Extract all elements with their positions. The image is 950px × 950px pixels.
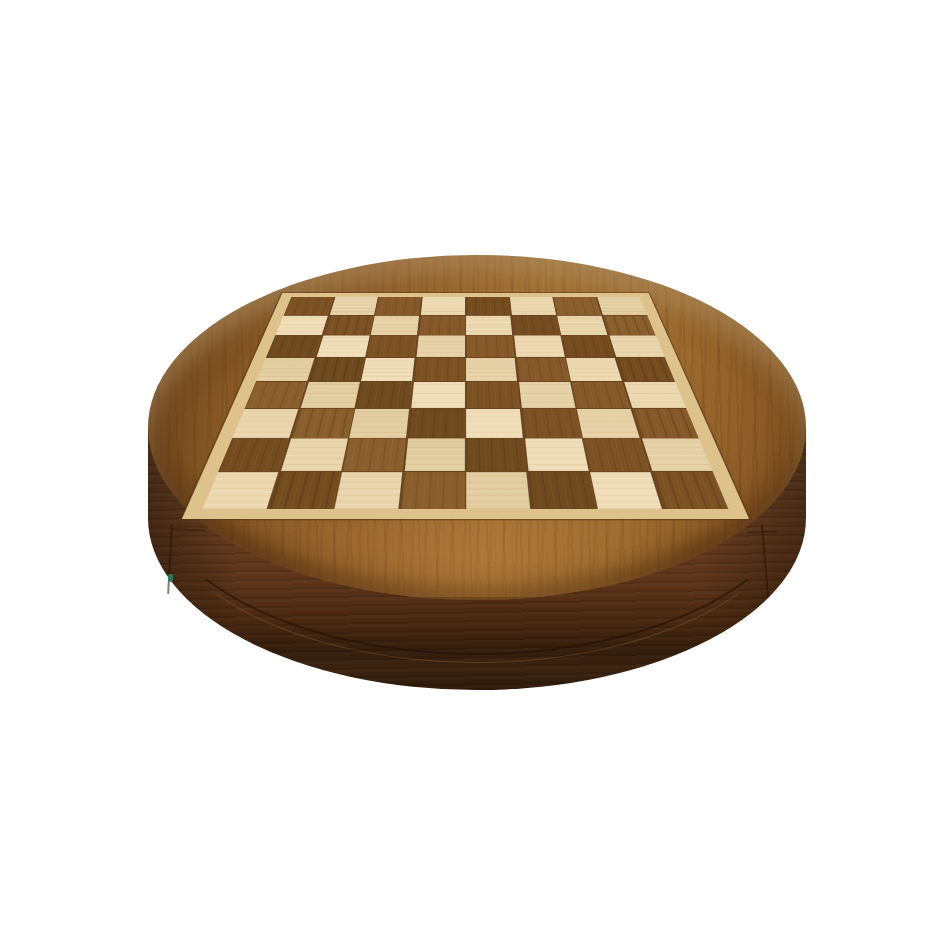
board-square [466,409,523,438]
board-square [203,472,279,509]
board-square [329,297,377,315]
board-square [269,472,341,509]
board-square [342,439,406,472]
board-square [466,439,526,472]
board-square [316,336,369,357]
board-square [466,315,512,334]
board-square [510,297,556,315]
board-square [522,409,582,438]
board-square [516,358,570,382]
board-square [356,382,413,408]
product-photo-canvas [0,0,950,950]
board-square [256,358,314,382]
board-square [309,358,365,382]
board-square [335,472,403,509]
board-square [577,409,640,438]
board-square [566,358,622,382]
board-square [653,472,729,509]
board-square [245,382,307,408]
board-square [232,409,298,438]
board-square [603,315,655,334]
board-square [616,358,674,382]
board-square [408,409,465,438]
board-square [466,358,517,382]
board-square [525,439,589,472]
board-square [466,472,530,509]
board-square [571,382,630,408]
board-square [642,439,713,472]
board-square [633,409,699,438]
board-square [557,315,607,334]
board-square [414,358,465,382]
board-square [284,297,334,315]
board-square [366,336,417,357]
board-square [276,315,328,334]
board-square [609,336,664,357]
board-square [514,336,565,357]
board-square [266,336,321,357]
board-square [416,336,465,357]
board-square [466,336,515,357]
board-square [562,336,615,357]
board-square [400,472,464,509]
board-square [519,382,576,408]
board-square [583,439,650,472]
green-felt-speck [168,574,173,582]
board-square [280,439,347,472]
board-square [419,315,465,334]
board-square [371,315,419,334]
board-square [349,409,409,438]
board-square [466,297,510,315]
board-square [597,297,647,315]
board-square [411,382,465,408]
board-square [300,382,359,408]
board-square [375,297,421,315]
board-square [323,315,373,334]
board-square [218,439,289,472]
board-square [421,297,465,315]
chess-board-grid [203,297,729,509]
board-square [591,472,663,509]
board-square [404,439,464,472]
board-square [361,358,415,382]
board-square [512,315,560,334]
board-square [291,409,354,438]
board-square [466,382,520,408]
board-square [624,382,686,408]
board-square [553,297,601,315]
board-square [528,472,596,509]
